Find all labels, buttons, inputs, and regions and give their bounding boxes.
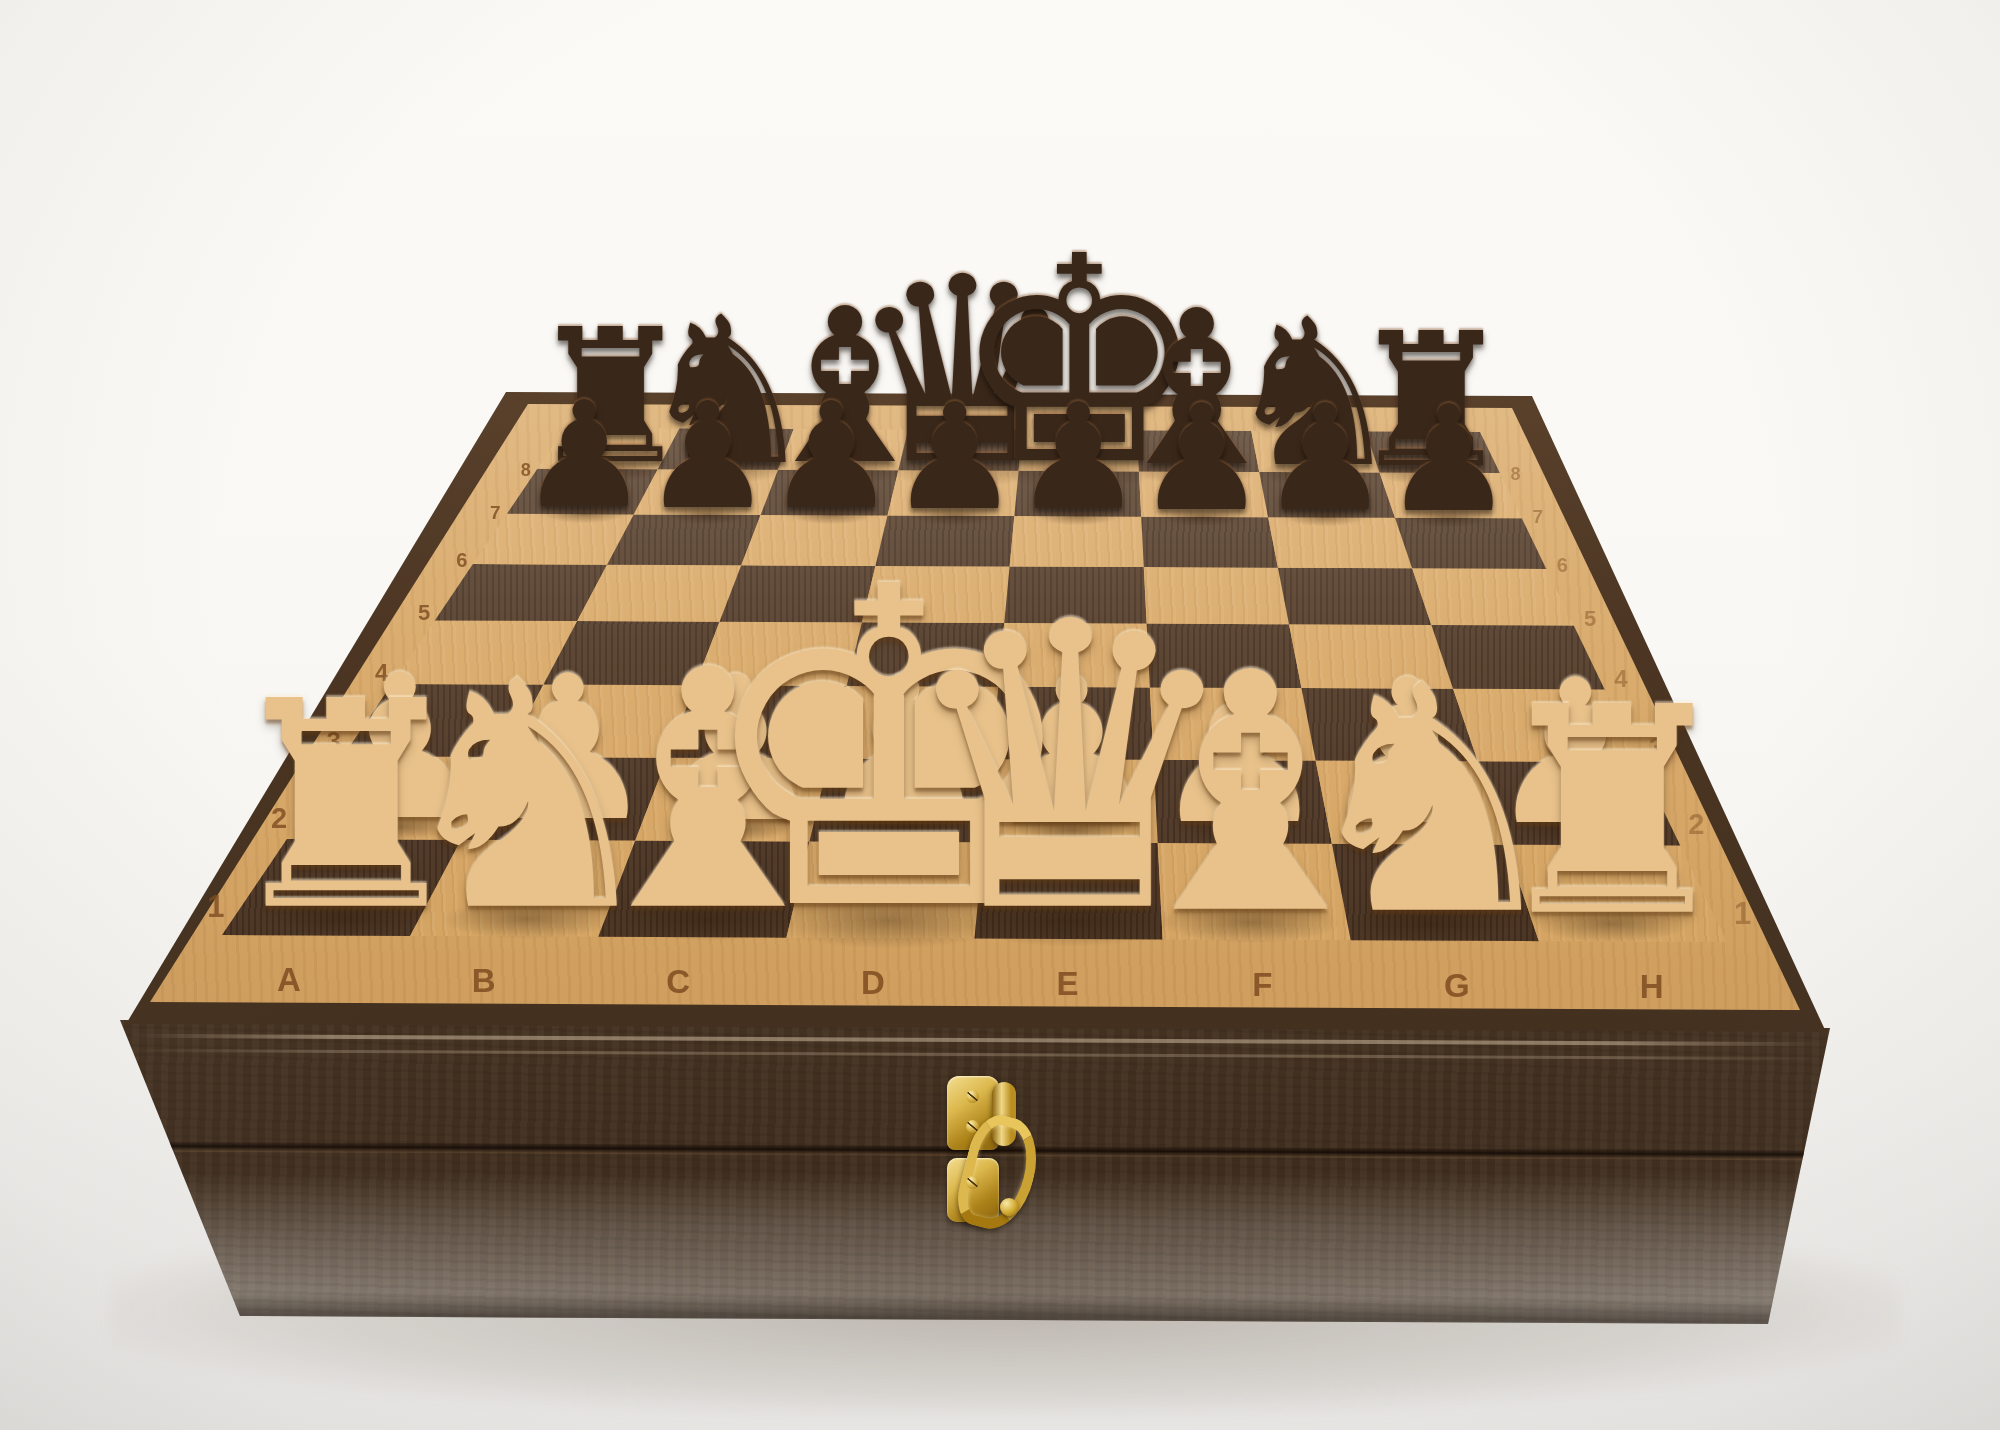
black-pawn-h7: ♟ — [1383, 387, 1515, 534]
black-pawn-f7: ♟ — [1136, 386, 1268, 533]
black-pawn-a7: ♟ — [519, 383, 651, 530]
latch-screw — [966, 1176, 979, 1189]
black-pawn-g7: ♟ — [1260, 386, 1392, 533]
white-rook-h1: ♜ — [1484, 671, 1740, 957]
chess-box-photo: ABCDEFGH1122334455667788 ♜♞♝♛♚♝♞♜♟♟♟♟♟♟♟… — [0, 0, 2000, 1430]
latch-screw — [966, 1090, 979, 1103]
latch-hook-ball — [1000, 1198, 1018, 1216]
latch-screw — [966, 1120, 979, 1133]
